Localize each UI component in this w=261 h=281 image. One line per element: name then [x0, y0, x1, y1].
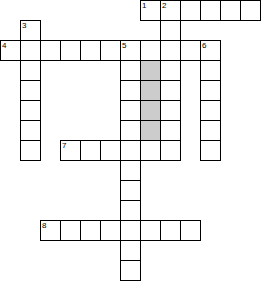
crossword-board: 12345678 [0, 0, 261, 281]
crossword-cell-shaded[interactable] [140, 60, 161, 81]
clue-number: 2 [162, 1, 166, 10]
crossword-cell[interactable] [180, 220, 201, 241]
crossword-cell[interactable] [20, 120, 41, 141]
crossword-cell[interactable] [120, 60, 141, 81]
crossword-cell[interactable] [140, 40, 161, 61]
crossword-cell[interactable]: 3 [20, 20, 41, 41]
crossword-cell[interactable] [160, 40, 181, 61]
crossword-cell[interactable] [20, 140, 41, 161]
crossword-cell[interactable] [100, 40, 121, 61]
crossword-cell[interactable] [200, 60, 221, 81]
crossword-cell[interactable] [200, 80, 221, 101]
crossword-cell-shaded[interactable] [140, 100, 161, 121]
crossword-cell[interactable] [220, 0, 241, 21]
crossword-cell[interactable]: 2 [160, 0, 181, 21]
crossword-cell[interactable] [100, 220, 121, 241]
crossword-cell[interactable] [120, 260, 141, 281]
crossword-cell[interactable] [20, 80, 41, 101]
crossword-cell[interactable] [160, 100, 181, 121]
crossword-cell[interactable] [120, 100, 141, 121]
clue-number: 1 [142, 1, 146, 10]
crossword-cell[interactable]: 7 [60, 140, 81, 161]
crossword-cell[interactable] [200, 100, 221, 121]
crossword-cell[interactable]: 5 [120, 40, 141, 61]
crossword-cell[interactable] [120, 180, 141, 201]
crossword-cell[interactable] [20, 60, 41, 81]
crossword-cell[interactable] [80, 40, 101, 61]
crossword-cell[interactable]: 1 [140, 0, 161, 21]
crossword-cell[interactable] [60, 220, 81, 241]
crossword-cell[interactable] [200, 140, 221, 161]
crossword-cell[interactable] [200, 120, 221, 141]
crossword-cell[interactable] [160, 140, 181, 161]
crossword-cell[interactable] [140, 220, 161, 241]
crossword-cell[interactable]: 6 [200, 40, 221, 61]
clue-number: 7 [62, 141, 66, 150]
clue-number: 4 [2, 41, 6, 50]
crossword-cell-shaded[interactable] [140, 120, 161, 141]
crossword-cell[interactable] [160, 220, 181, 241]
crossword-cell[interactable] [140, 140, 161, 161]
crossword-cell[interactable] [40, 40, 61, 61]
crossword-cell[interactable] [120, 120, 141, 141]
clue-number: 5 [122, 41, 126, 50]
crossword-cell[interactable] [120, 240, 141, 261]
crossword-cell[interactable] [120, 80, 141, 101]
crossword-cell[interactable] [100, 140, 121, 161]
crossword-cell[interactable] [120, 200, 141, 221]
crossword-cell[interactable]: 4 [0, 40, 21, 61]
crossword-cell[interactable] [160, 80, 181, 101]
crossword-cell[interactable] [200, 0, 221, 21]
crossword-cell[interactable] [20, 100, 41, 121]
clue-number: 6 [202, 41, 206, 50]
clue-number: 3 [22, 21, 26, 30]
crossword-cell[interactable] [180, 0, 201, 21]
crossword-cell[interactable] [160, 20, 181, 41]
crossword-cell-shaded[interactable] [140, 80, 161, 101]
crossword-cell[interactable] [80, 140, 101, 161]
crossword-cell[interactable] [240, 0, 261, 21]
crossword-cell[interactable] [120, 160, 141, 181]
crossword-cell[interactable]: 8 [40, 220, 61, 241]
crossword-cell[interactable] [160, 60, 181, 81]
crossword-cell[interactable] [60, 40, 81, 61]
crossword-cell[interactable] [20, 40, 41, 61]
clue-number: 8 [42, 221, 46, 230]
crossword-cell[interactable] [80, 220, 101, 241]
crossword-cell[interactable] [180, 40, 201, 61]
crossword-cell[interactable] [120, 140, 141, 161]
crossword-cell[interactable] [160, 120, 181, 141]
crossword-cell[interactable] [120, 220, 141, 241]
